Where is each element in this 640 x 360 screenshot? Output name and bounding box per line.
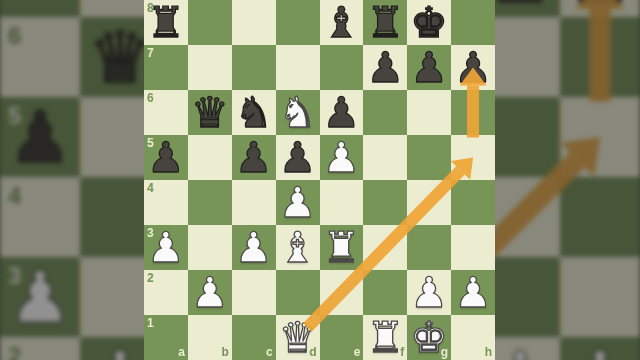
square-d2[interactable] bbox=[276, 270, 320, 315]
white-pawn[interactable]: ♟ bbox=[232, 225, 276, 270]
bg-square-a4: 4 bbox=[0, 177, 80, 257]
black-pawn[interactable]: ♟ bbox=[407, 45, 451, 90]
square-a8[interactable]: 8♜ bbox=[144, 0, 188, 45]
square-e8[interactable]: ♝ bbox=[320, 0, 364, 45]
white-queen[interactable]: ♛ bbox=[276, 315, 320, 360]
square-d3[interactable]: ♝ bbox=[276, 225, 320, 270]
square-b1[interactable]: b bbox=[188, 315, 232, 360]
white-pawn[interactable]: ♟ bbox=[451, 270, 495, 315]
square-e6[interactable]: ♟ bbox=[320, 90, 364, 135]
rank-label: 2 bbox=[147, 271, 154, 285]
square-h1[interactable]: h bbox=[451, 315, 495, 360]
square-f8[interactable]: ♜ bbox=[363, 0, 407, 45]
white-pawn[interactable]: ♟ bbox=[320, 135, 364, 180]
square-e2[interactable] bbox=[320, 270, 364, 315]
white-king[interactable]: ♚ bbox=[407, 315, 451, 360]
black-bishop[interactable]: ♝ bbox=[320, 0, 364, 45]
black-king[interactable]: ♚ bbox=[407, 0, 451, 45]
square-g3[interactable] bbox=[407, 225, 451, 270]
bg-square-a3: 3♟ bbox=[0, 257, 80, 337]
bg-square-a7: 7 bbox=[0, 0, 80, 17]
rank-label: 6 bbox=[147, 91, 154, 105]
rank-label: 1 bbox=[147, 316, 154, 330]
square-e3[interactable]: ♜ bbox=[320, 225, 364, 270]
rank-label: 4 bbox=[8, 182, 21, 210]
black-pawn[interactable]: ♟ bbox=[451, 45, 495, 90]
white-pawn: ♟ bbox=[560, 337, 640, 360]
square-f6[interactable] bbox=[363, 90, 407, 135]
bg-square-h4 bbox=[560, 177, 640, 257]
square-c1[interactable]: c bbox=[232, 315, 276, 360]
square-b4[interactable] bbox=[188, 180, 232, 225]
square-b2[interactable]: ♟ bbox=[188, 270, 232, 315]
rank-label: 5 bbox=[147, 136, 154, 150]
bg-square-h5 bbox=[560, 97, 640, 177]
square-g6[interactable] bbox=[407, 90, 451, 135]
square-g5[interactable] bbox=[407, 135, 451, 180]
rank-label: 5 bbox=[8, 102, 21, 130]
square-c7[interactable] bbox=[232, 45, 276, 90]
square-d7[interactable] bbox=[276, 45, 320, 90]
square-c5[interactable]: ♟ bbox=[232, 135, 276, 180]
square-f1[interactable]: f♜ bbox=[363, 315, 407, 360]
square-e7[interactable] bbox=[320, 45, 364, 90]
square-h4[interactable] bbox=[451, 180, 495, 225]
rank-label: 4 bbox=[147, 181, 154, 195]
square-e5[interactable]: ♟ bbox=[320, 135, 364, 180]
white-pawn[interactable]: ♟ bbox=[188, 270, 232, 315]
square-f7[interactable]: ♟ bbox=[363, 45, 407, 90]
square-h7[interactable]: ♟ bbox=[451, 45, 495, 90]
square-c6[interactable]: ♞ bbox=[232, 90, 276, 135]
chess-video-frame: 8♜♝♜♚7♟♟♟6♛♞♞♟5♟♟♟♟4♟3♟♟♝♜2♟♟♟1abcd♛ef♜g… bbox=[0, 0, 640, 360]
file-label: g bbox=[441, 345, 448, 359]
square-a1[interactable]: 1a bbox=[144, 315, 188, 360]
file-label: h bbox=[485, 345, 492, 359]
square-f4[interactable] bbox=[363, 180, 407, 225]
square-g2[interactable]: ♟ bbox=[407, 270, 451, 315]
white-pawn[interactable]: ♟ bbox=[276, 180, 320, 225]
bg-square-h3 bbox=[560, 257, 640, 337]
black-pawn[interactable]: ♟ bbox=[320, 90, 364, 135]
black-pawn[interactable]: ♟ bbox=[363, 45, 407, 90]
square-c8[interactable] bbox=[232, 0, 276, 45]
file-label: e bbox=[354, 345, 361, 359]
square-d5[interactable]: ♟ bbox=[276, 135, 320, 180]
bg-square-h6 bbox=[560, 17, 640, 97]
file-label: d bbox=[309, 345, 316, 359]
square-f5[interactable] bbox=[363, 135, 407, 180]
white-pawn[interactable]: ♟ bbox=[144, 225, 188, 270]
square-b5[interactable] bbox=[188, 135, 232, 180]
square-c4[interactable] bbox=[232, 180, 276, 225]
black-pawn: ♟ bbox=[560, 0, 640, 17]
black-pawn: ♟ bbox=[0, 97, 80, 177]
white-rook[interactable]: ♜ bbox=[363, 315, 407, 360]
square-a6[interactable]: 6 bbox=[144, 90, 188, 135]
square-b6[interactable]: ♛ bbox=[188, 90, 232, 135]
square-f2[interactable] bbox=[363, 270, 407, 315]
white-bishop[interactable]: ♝ bbox=[276, 225, 320, 270]
file-label: f bbox=[400, 345, 404, 359]
square-b7[interactable] bbox=[188, 45, 232, 90]
rank-label: 2 bbox=[8, 342, 21, 360]
rank-label: 3 bbox=[8, 262, 21, 290]
square-h6[interactable] bbox=[451, 90, 495, 135]
square-c2[interactable] bbox=[232, 270, 276, 315]
square-a7[interactable]: 7 bbox=[144, 45, 188, 90]
rank-label: 3 bbox=[147, 226, 154, 240]
white-knight[interactable]: ♞ bbox=[276, 90, 320, 135]
square-d8[interactable] bbox=[276, 0, 320, 45]
bg-square-h7: ♟ bbox=[560, 0, 640, 17]
square-f3[interactable] bbox=[363, 225, 407, 270]
white-pawn: ♟ bbox=[0, 257, 80, 337]
square-h2[interactable]: ♟ bbox=[451, 270, 495, 315]
rank-label: 8 bbox=[147, 1, 154, 15]
square-g1[interactable]: g♚ bbox=[407, 315, 451, 360]
square-h3[interactable] bbox=[451, 225, 495, 270]
square-h8[interactable] bbox=[451, 0, 495, 45]
square-a5[interactable]: 5♟ bbox=[144, 135, 188, 180]
white-rook[interactable]: ♜ bbox=[320, 225, 364, 270]
square-c3[interactable]: ♟ bbox=[232, 225, 276, 270]
square-b3[interactable] bbox=[188, 225, 232, 270]
square-b8[interactable] bbox=[188, 0, 232, 45]
file-label: c bbox=[266, 345, 273, 359]
square-d1[interactable]: d♛ bbox=[276, 315, 320, 360]
square-g8[interactable]: ♚ bbox=[407, 0, 451, 45]
chess-board[interactable]: 8♜♝♜♚7♟♟♟6♛♞♞♟5♟♟♟♟4♟3♟♟♝♜2♟♟♟1abcd♛ef♜g… bbox=[144, 0, 495, 360]
file-label: a bbox=[178, 345, 185, 359]
square-a2[interactable]: 2 bbox=[144, 270, 188, 315]
black-queen[interactable]: ♛ bbox=[188, 90, 232, 135]
bg-square-a5: 5♟ bbox=[0, 97, 80, 177]
black-pawn[interactable]: ♟ bbox=[232, 135, 276, 180]
square-a3[interactable]: 3♟ bbox=[144, 225, 188, 270]
black-pawn[interactable]: ♟ bbox=[144, 135, 188, 180]
black-pawn[interactable]: ♟ bbox=[276, 135, 320, 180]
square-g7[interactable]: ♟ bbox=[407, 45, 451, 90]
square-e4[interactable] bbox=[320, 180, 364, 225]
black-rook[interactable]: ♜ bbox=[363, 0, 407, 45]
bg-square-h2: ♟ bbox=[560, 337, 640, 360]
square-a4[interactable]: 4 bbox=[144, 180, 188, 225]
white-pawn[interactable]: ♟ bbox=[407, 270, 451, 315]
rank-label: 6 bbox=[8, 22, 21, 50]
square-e1[interactable]: e bbox=[320, 315, 364, 360]
bg-square-a2: 2 bbox=[0, 337, 80, 360]
black-knight[interactable]: ♞ bbox=[232, 90, 276, 135]
square-d6[interactable]: ♞ bbox=[276, 90, 320, 135]
square-g4[interactable] bbox=[407, 180, 451, 225]
square-d4[interactable]: ♟ bbox=[276, 180, 320, 225]
black-rook[interactable]: ♜ bbox=[144, 0, 188, 45]
rank-label: 7 bbox=[147, 46, 154, 60]
bg-square-a6: 6 bbox=[0, 17, 80, 97]
square-h5[interactable] bbox=[451, 135, 495, 180]
file-label: b bbox=[221, 345, 228, 359]
